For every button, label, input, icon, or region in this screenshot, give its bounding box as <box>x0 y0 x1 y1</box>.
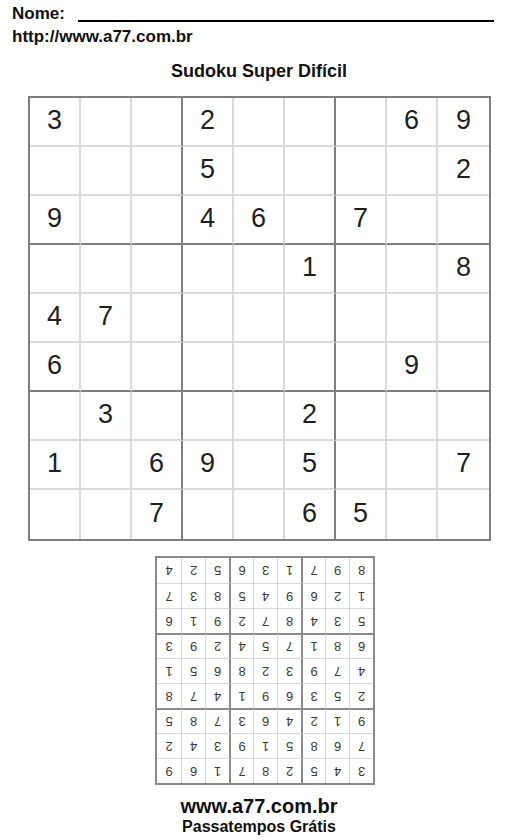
solution-cell: 3 <box>205 733 229 758</box>
solution-cell: 6 <box>157 608 181 633</box>
puzzle-cell <box>285 343 336 392</box>
puzzle-cell <box>336 392 387 441</box>
puzzle-cell <box>285 294 336 343</box>
puzzle-cell <box>336 98 387 147</box>
solution-cell: 8 <box>301 733 325 758</box>
solution-cell: 9 <box>229 733 253 758</box>
solution-cell: 9 <box>301 658 325 683</box>
solution-cell: 5 <box>349 608 373 633</box>
puzzle-cell: 9 <box>183 441 234 490</box>
puzzle-cell: 6 <box>387 98 438 147</box>
puzzle-cell <box>132 245 183 294</box>
solution-cell: 3 <box>181 583 205 608</box>
puzzle-cell <box>438 392 489 441</box>
solution-cell: 5 <box>253 633 277 658</box>
puzzle-cell <box>132 294 183 343</box>
puzzle-cell <box>438 196 489 245</box>
solution-cell: 1 <box>277 558 301 583</box>
solution-cell: 9 <box>349 708 373 733</box>
solution-cell: 2 <box>157 733 181 758</box>
solution-cell: 7 <box>253 608 277 633</box>
puzzle-cell <box>336 441 387 490</box>
solution-cell: 3 <box>349 758 373 783</box>
puzzle-cell: 5 <box>285 441 336 490</box>
puzzle-cell <box>30 490 81 539</box>
puzzle-cell <box>336 147 387 196</box>
solution-cell: 8 <box>157 683 181 708</box>
solution-cell: 6 <box>205 658 229 683</box>
solution-cell: 7 <box>349 733 373 758</box>
solution-cell: 8 <box>205 583 229 608</box>
sudoku-puzzle-grid: 32695294671847693216957765 <box>28 96 491 541</box>
solution-cell: 6 <box>325 733 349 758</box>
solution-cell: 1 <box>157 658 181 683</box>
puzzle-cell <box>81 441 132 490</box>
puzzle-cell <box>30 392 81 441</box>
puzzle-cell <box>336 245 387 294</box>
puzzle-cell <box>30 147 81 196</box>
solution-cell: 4 <box>277 708 301 733</box>
puzzle-cell <box>387 392 438 441</box>
solution-cell: 8 <box>181 708 205 733</box>
solution-cell: 2 <box>325 583 349 608</box>
solution-cell: 3 <box>277 658 301 683</box>
puzzle-cell <box>81 245 132 294</box>
solution-cell: 7 <box>205 708 229 733</box>
solution-cell: 4 <box>157 558 181 583</box>
name-underline <box>78 20 494 22</box>
solution-cell: 9 <box>277 583 301 608</box>
solution-cell: 9 <box>205 608 229 633</box>
puzzle-cell <box>81 98 132 147</box>
puzzle-cell <box>81 147 132 196</box>
solution-cell: 4 <box>301 608 325 633</box>
solution-cell: 4 <box>349 658 373 683</box>
puzzle-cell: 6 <box>30 343 81 392</box>
puzzle-cell <box>183 294 234 343</box>
puzzle-cell: 4 <box>30 294 81 343</box>
puzzle-cell: 8 <box>438 245 489 294</box>
solution-cell: 4 <box>229 633 253 658</box>
puzzle-cell <box>234 392 285 441</box>
puzzle-cell: 7 <box>336 196 387 245</box>
solution-cell: 5 <box>277 733 301 758</box>
puzzle-cell <box>81 196 132 245</box>
name-label: Nome: <box>12 4 65 24</box>
solution-cell: 1 <box>205 758 229 783</box>
puzzle-cell <box>285 147 336 196</box>
solution-cell: 6 <box>301 583 325 608</box>
sudoku-solution-grid-rotated: 3452871697685193429124637852536914784793… <box>155 556 375 785</box>
solution-cell: 5 <box>205 558 229 583</box>
puzzle-cell: 6 <box>285 490 336 539</box>
puzzle-cell <box>30 245 81 294</box>
puzzle-cell: 9 <box>387 343 438 392</box>
puzzle-cell: 2 <box>183 98 234 147</box>
puzzle-cell <box>81 343 132 392</box>
solution-cell: 1 <box>181 608 205 633</box>
solution-cell: 6 <box>277 683 301 708</box>
solution-cell: 1 <box>325 708 349 733</box>
puzzle-cell: 2 <box>438 147 489 196</box>
solution-cell: 3 <box>301 683 325 708</box>
solution-cell: 4 <box>325 758 349 783</box>
puzzle-cell: 9 <box>438 98 489 147</box>
solution-cell: 4 <box>253 583 277 608</box>
puzzle-cell: 4 <box>183 196 234 245</box>
puzzle-cell: 7 <box>81 294 132 343</box>
puzzle-cell <box>336 294 387 343</box>
puzzle-cell: 3 <box>30 98 81 147</box>
solution-cell: 1 <box>229 683 253 708</box>
puzzle-cell <box>132 392 183 441</box>
solution-cell: 2 <box>301 708 325 733</box>
puzzle-cell <box>234 294 285 343</box>
puzzle-cell: 9 <box>30 196 81 245</box>
solution-cell: 7 <box>181 683 205 708</box>
puzzle-cell <box>387 245 438 294</box>
solution-cell: 2 <box>253 658 277 683</box>
puzzle-cell <box>234 441 285 490</box>
solution-cell: 8 <box>253 758 277 783</box>
puzzle-cell: 5 <box>183 147 234 196</box>
footer-tagline: Passatempos Grátis <box>0 818 518 836</box>
puzzle-cell: 1 <box>285 245 336 294</box>
puzzle-cell <box>132 147 183 196</box>
page-title: Sudoku Super Difícil <box>0 61 518 82</box>
puzzle-cell <box>234 343 285 392</box>
solution-cell: 2 <box>277 758 301 783</box>
solution-cell: 1 <box>301 633 325 658</box>
solution-cell: 2 <box>205 633 229 658</box>
solution-cell: 6 <box>349 633 373 658</box>
solution-cell: 7 <box>277 633 301 658</box>
puzzle-cell <box>438 294 489 343</box>
solution-cell: 9 <box>181 633 205 658</box>
puzzle-cell <box>387 147 438 196</box>
solution-cell: 6 <box>253 708 277 733</box>
solution-cell: 8 <box>349 558 373 583</box>
puzzle-cell <box>132 196 183 245</box>
puzzle-cell <box>438 343 489 392</box>
puzzle-cell <box>132 343 183 392</box>
solution-cell: 9 <box>157 758 181 783</box>
puzzle-cell <box>387 441 438 490</box>
solution-cell: 1 <box>253 733 277 758</box>
puzzle-cell <box>183 490 234 539</box>
puzzle-cell <box>183 245 234 294</box>
puzzle-cell <box>81 490 132 539</box>
solution-cell: 6 <box>181 758 205 783</box>
puzzle-cell: 7 <box>438 441 489 490</box>
solution-cell: 7 <box>229 758 253 783</box>
solution-cell: 3 <box>253 558 277 583</box>
solution-cell: 4 <box>205 683 229 708</box>
solution-cell: 2 <box>229 608 253 633</box>
puzzle-cell <box>183 343 234 392</box>
puzzle-cell <box>336 343 387 392</box>
puzzle-cell: 6 <box>132 441 183 490</box>
puzzle-cell <box>387 196 438 245</box>
puzzle-cell <box>234 490 285 539</box>
solution-cell: 3 <box>157 633 181 658</box>
puzzle-cell: 5 <box>336 490 387 539</box>
puzzle-cell <box>234 98 285 147</box>
solution-cell: 7 <box>157 583 181 608</box>
puzzle-cell: 7 <box>132 490 183 539</box>
solution-cell: 8 <box>277 608 301 633</box>
solution-cell: 7 <box>325 658 349 683</box>
solution-cell: 5 <box>157 708 181 733</box>
solution-cell: 5 <box>301 758 325 783</box>
puzzle-cell: 2 <box>285 392 336 441</box>
puzzle-cell <box>285 98 336 147</box>
solution-cell: 5 <box>325 683 349 708</box>
puzzle-cell <box>183 392 234 441</box>
puzzle-cell <box>387 490 438 539</box>
solution-cell: 8 <box>229 658 253 683</box>
solution-cell: 8 <box>325 633 349 658</box>
solution-cell: 5 <box>229 583 253 608</box>
solution-cell: 9 <box>325 558 349 583</box>
solution-cell: 4 <box>181 733 205 758</box>
puzzle-cell <box>387 294 438 343</box>
solution-cell: 9 <box>253 683 277 708</box>
puzzle-cell <box>438 490 489 539</box>
solution-cell: 5 <box>181 658 205 683</box>
solution-cell: 7 <box>301 558 325 583</box>
solution-cell: 3 <box>229 708 253 733</box>
puzzle-cell: 1 <box>30 441 81 490</box>
solution-cell: 2 <box>181 558 205 583</box>
puzzle-cell <box>285 196 336 245</box>
puzzle-cell: 3 <box>81 392 132 441</box>
header-url: http://www.a77.com.br <box>12 27 193 47</box>
puzzle-cell <box>132 98 183 147</box>
solution-cell: 1 <box>349 583 373 608</box>
solution-cell: 6 <box>229 558 253 583</box>
footer-site: www.a77.com.br <box>0 795 518 818</box>
puzzle-cell <box>234 147 285 196</box>
solution-cell: 3 <box>325 608 349 633</box>
puzzle-cell <box>234 245 285 294</box>
solution-cell: 2 <box>349 683 373 708</box>
puzzle-cell: 6 <box>234 196 285 245</box>
